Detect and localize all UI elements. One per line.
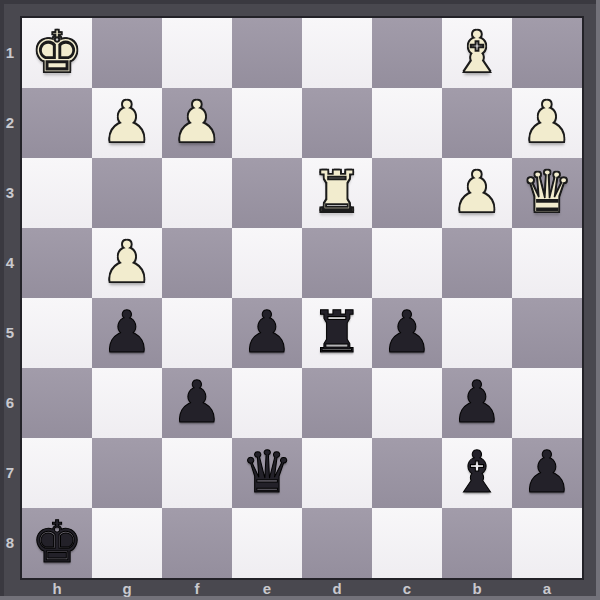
square-g5[interactable]: ♟ (92, 298, 162, 368)
square-g4[interactable]: ♟ (92, 228, 162, 298)
rank-label-7: 7 (0, 438, 20, 508)
square-f1[interactable] (162, 18, 232, 88)
file-label-h: h (22, 578, 92, 600)
square-c5[interactable]: ♟ (372, 298, 442, 368)
square-e3[interactable] (232, 158, 302, 228)
square-e1[interactable] (232, 18, 302, 88)
rank-label-5: 5 (0, 298, 20, 368)
square-g7[interactable] (92, 438, 162, 508)
board-frame: 12345678 ♚♝♟♟♟♜♟♛♟♟♟♜♟♟♟♛♝♟♚ hgfedcba (0, 0, 600, 600)
board: ♚♝♟♟♟♜♟♛♟♟♟♜♟♟♟♛♝♟♚ (20, 16, 584, 580)
square-c3[interactable] (372, 158, 442, 228)
white-king-piece: ♚ (22, 18, 92, 88)
square-b2[interactable] (442, 88, 512, 158)
square-d8[interactable] (302, 508, 372, 578)
square-h1[interactable]: ♚ (22, 18, 92, 88)
square-e2[interactable] (232, 88, 302, 158)
white-pawn-piece: ♟ (442, 158, 512, 228)
white-queen-piece: ♛ (512, 158, 582, 228)
square-b5[interactable] (442, 298, 512, 368)
square-f6[interactable]: ♟ (162, 368, 232, 438)
file-labels: hgfedcba (22, 578, 582, 600)
square-f8[interactable] (162, 508, 232, 578)
square-c7[interactable] (372, 438, 442, 508)
square-h7[interactable] (22, 438, 92, 508)
square-g6[interactable] (92, 368, 162, 438)
square-a3[interactable]: ♛ (512, 158, 582, 228)
square-b1[interactable]: ♝ (442, 18, 512, 88)
square-c8[interactable] (372, 508, 442, 578)
file-label-g: g (92, 578, 162, 600)
square-d5[interactable]: ♜ (302, 298, 372, 368)
square-b3[interactable]: ♟ (442, 158, 512, 228)
black-pawn-piece: ♟ (512, 438, 582, 508)
white-bishop-piece: ♝ (442, 18, 512, 88)
rank-label-3: 3 (0, 158, 20, 228)
white-pawn-piece: ♟ (162, 88, 232, 158)
square-a8[interactable] (512, 508, 582, 578)
square-c6[interactable] (372, 368, 442, 438)
black-king-piece: ♚ (22, 508, 92, 578)
file-label-c: c (372, 578, 442, 600)
black-pawn-piece: ♟ (92, 298, 162, 368)
square-h8[interactable]: ♚ (22, 508, 92, 578)
square-g2[interactable]: ♟ (92, 88, 162, 158)
black-pawn-piece: ♟ (162, 368, 232, 438)
file-label-f: f (162, 578, 232, 600)
square-c4[interactable] (372, 228, 442, 298)
square-a1[interactable] (512, 18, 582, 88)
white-pawn-piece: ♟ (92, 88, 162, 158)
square-a5[interactable] (512, 298, 582, 368)
square-d3[interactable]: ♜ (302, 158, 372, 228)
square-g8[interactable] (92, 508, 162, 578)
square-f3[interactable] (162, 158, 232, 228)
square-d6[interactable] (302, 368, 372, 438)
square-b7[interactable]: ♝ (442, 438, 512, 508)
square-h6[interactable] (22, 368, 92, 438)
white-rook-piece: ♜ (302, 158, 372, 228)
black-bishop-piece: ♝ (442, 438, 512, 508)
square-e6[interactable] (232, 368, 302, 438)
rank-label-4: 4 (0, 228, 20, 298)
square-e8[interactable] (232, 508, 302, 578)
square-e4[interactable] (232, 228, 302, 298)
file-label-e: e (232, 578, 302, 600)
rank-label-1: 1 (0, 18, 20, 88)
square-e7[interactable]: ♛ (232, 438, 302, 508)
square-b8[interactable] (442, 508, 512, 578)
square-b6[interactable]: ♟ (442, 368, 512, 438)
square-a2[interactable]: ♟ (512, 88, 582, 158)
square-f2[interactable]: ♟ (162, 88, 232, 158)
square-f5[interactable] (162, 298, 232, 368)
square-c1[interactable] (372, 18, 442, 88)
square-d7[interactable] (302, 438, 372, 508)
square-f7[interactable] (162, 438, 232, 508)
white-pawn-piece: ♟ (92, 228, 162, 298)
black-pawn-piece: ♟ (442, 368, 512, 438)
square-a6[interactable] (512, 368, 582, 438)
rank-label-2: 2 (0, 88, 20, 158)
square-h2[interactable] (22, 88, 92, 158)
square-b4[interactable] (442, 228, 512, 298)
square-c2[interactable] (372, 88, 442, 158)
square-d1[interactable] (302, 18, 372, 88)
file-label-b: b (442, 578, 512, 600)
square-e5[interactable]: ♟ (232, 298, 302, 368)
file-label-d: d (302, 578, 372, 600)
rank-labels: 12345678 (0, 18, 20, 578)
square-g1[interactable] (92, 18, 162, 88)
rank-label-6: 6 (0, 368, 20, 438)
white-pawn-piece: ♟ (512, 88, 582, 158)
square-d2[interactable] (302, 88, 372, 158)
square-d4[interactable] (302, 228, 372, 298)
black-pawn-piece: ♟ (232, 298, 302, 368)
black-rook-piece: ♜ (302, 298, 372, 368)
black-queen-piece: ♛ (232, 438, 302, 508)
file-label-a: a (512, 578, 582, 600)
square-h3[interactable] (22, 158, 92, 228)
black-pawn-piece: ♟ (372, 298, 442, 368)
square-h5[interactable] (22, 298, 92, 368)
square-a4[interactable] (512, 228, 582, 298)
square-g3[interactable] (92, 158, 162, 228)
square-f4[interactable] (162, 228, 232, 298)
rank-label-8: 8 (0, 508, 20, 578)
square-h4[interactable] (22, 228, 92, 298)
square-a7[interactable]: ♟ (512, 438, 582, 508)
